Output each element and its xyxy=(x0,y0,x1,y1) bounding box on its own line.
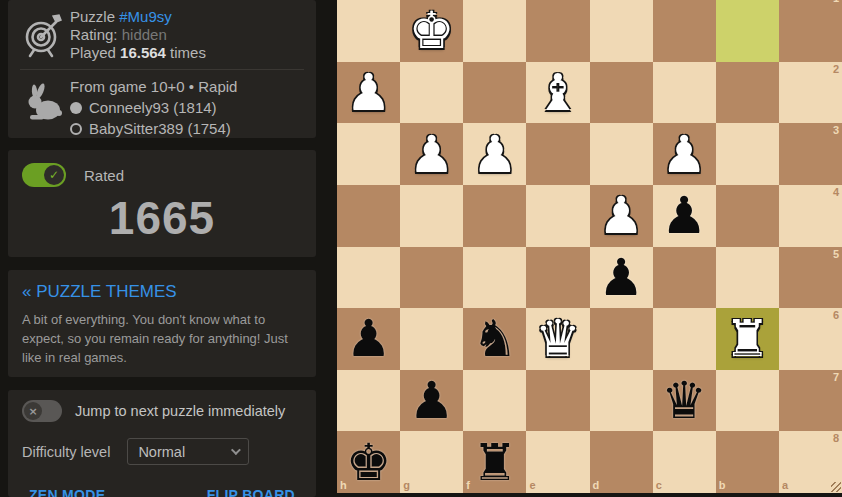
played-suffix: times xyxy=(170,44,206,61)
themes-box: « PUZZLE THEMES A bit of everything. You… xyxy=(8,270,316,377)
square-c1[interactable] xyxy=(653,0,716,62)
puzzle-played-line: Played 16.564 times xyxy=(70,44,206,62)
square-d3[interactable] xyxy=(590,123,653,185)
player-white-row: Conneely93 (1814) xyxy=(70,99,237,117)
square-c8[interactable]: c xyxy=(653,431,716,493)
square-b5[interactable] xyxy=(716,247,779,309)
file-label-g: g xyxy=(403,479,410,491)
source-game-text: From game 10+0 • Rapid Conneely93 (1814)… xyxy=(70,78,237,138)
square-a8[interactable]: 8a xyxy=(779,431,842,493)
flip-board-link[interactable]: FLIP BOARD xyxy=(207,487,295,497)
rapid-rabbit-icon xyxy=(18,78,70,122)
square-a1[interactable]: 1 xyxy=(779,0,842,62)
square-h5[interactable] xyxy=(337,247,400,309)
white-player-icon xyxy=(70,102,82,114)
rated-toggle[interactable]: ✓ xyxy=(22,163,66,187)
square-a4[interactable]: 4 xyxy=(779,185,842,247)
settings-box: × Jump to next puzzle immediately Diffic… xyxy=(8,390,316,497)
square-b2[interactable] xyxy=(716,62,779,124)
square-b8[interactable]: b xyxy=(716,431,779,493)
square-f7[interactable] xyxy=(463,370,526,432)
white-player-name: Conneely93 (1814) xyxy=(89,99,217,117)
black-king-h8[interactable]: ♚ xyxy=(337,431,400,493)
jump-setting-row: × Jump to next puzzle immediately xyxy=(22,400,302,422)
zen-mode-link[interactable]: ZEN MODE xyxy=(29,487,105,497)
puzzle-info-box: Puzzle #Mu9sy Rating: hidden Played 16.5… xyxy=(8,0,316,138)
target-icon xyxy=(18,8,70,58)
puzzle-text: Puzzle #Mu9sy Rating: hidden Played 16.5… xyxy=(70,8,206,62)
board-resize-handle[interactable] xyxy=(831,482,841,492)
square-e2[interactable]: ♝ xyxy=(526,62,589,124)
chevron-down-icon xyxy=(231,445,241,455)
black-pawn-d5[interactable]: ♟ xyxy=(590,247,653,309)
rank-label-2: 2 xyxy=(833,63,839,75)
rank-label-4: 4 xyxy=(833,186,839,198)
square-g8[interactable]: g xyxy=(400,431,463,493)
rank-label-1: 1 xyxy=(833,0,839,4)
black-player-name: BabySitter389 (1754) xyxy=(89,120,231,138)
difficulty-value: Normal xyxy=(138,444,185,460)
file-label-b: b xyxy=(719,479,726,491)
played-count: 16.564 xyxy=(120,44,166,61)
square-d1[interactable] xyxy=(590,0,653,62)
jump-label: Jump to next puzzle immediately xyxy=(75,403,285,419)
black-player-icon xyxy=(70,123,82,135)
square-g7[interactable]: ♟ xyxy=(400,370,463,432)
played-label: Played xyxy=(70,44,116,61)
white-pawn-d4[interactable]: ♟ xyxy=(590,185,653,247)
square-f1[interactable] xyxy=(463,0,526,62)
rating-value: hidden xyxy=(122,26,167,43)
square-f4[interactable] xyxy=(463,185,526,247)
footer-links: ZEN MODE FLIP BOARD xyxy=(22,487,302,497)
box-divider xyxy=(20,69,304,70)
white-bishop-e2[interactable]: ♝ xyxy=(526,62,589,124)
square-c2[interactable] xyxy=(653,62,716,124)
square-d7[interactable] xyxy=(590,370,653,432)
rank-label-8: 8 xyxy=(833,432,839,444)
rank-label-3: 3 xyxy=(833,124,839,136)
black-pawn-c4[interactable]: ♟ xyxy=(653,185,716,247)
source-game-meta: From game 10+0 • Rapid Conneely93 (1814)… xyxy=(18,78,306,138)
rank-label-5: 5 xyxy=(833,248,839,260)
square-g6[interactable] xyxy=(400,308,463,370)
square-g4[interactable] xyxy=(400,185,463,247)
square-c5[interactable] xyxy=(653,247,716,309)
square-g2[interactable] xyxy=(400,62,463,124)
source-game-heading[interactable]: From game 10+0 • Rapid xyxy=(70,78,237,96)
square-c7[interactable]: ♛ xyxy=(653,370,716,432)
white-pawn-c3[interactable]: ♟ xyxy=(653,123,716,185)
square-d8[interactable]: d xyxy=(590,431,653,493)
white-pawn-f3[interactable]: ♟ xyxy=(463,123,526,185)
square-b4[interactable] xyxy=(716,185,779,247)
difficulty-row: Difficulty level Normal xyxy=(22,438,302,465)
rated-label: Rated xyxy=(84,167,124,184)
puzzle-themes-link[interactable]: « PUZZLE THEMES xyxy=(22,282,177,301)
square-a7[interactable]: 7 xyxy=(779,370,842,432)
white-pawn-h2[interactable]: ♟ xyxy=(337,62,400,124)
rating-label: Rating: xyxy=(70,26,118,43)
square-a5[interactable]: 5 xyxy=(779,247,842,309)
square-d2[interactable] xyxy=(590,62,653,124)
jump-toggle-knob[interactable]: × xyxy=(24,402,42,420)
square-f6[interactable]: ♞ xyxy=(463,308,526,370)
black-rook-f8[interactable]: ♜ xyxy=(463,431,526,493)
puzzle-rating-line: Rating: hidden xyxy=(70,26,206,44)
rated-row: ✓ Rated xyxy=(22,163,302,187)
square-e8[interactable]: e xyxy=(526,431,589,493)
square-f2[interactable] xyxy=(463,62,526,124)
square-h4[interactable] xyxy=(337,185,400,247)
file-label-e: e xyxy=(529,479,535,491)
rank-label-6: 6 xyxy=(833,309,839,321)
square-h3[interactable] xyxy=(337,123,400,185)
puzzle-label: Puzzle xyxy=(70,8,115,25)
puzzle-meta: Puzzle #Mu9sy Rating: hidden Played 16.5… xyxy=(18,8,306,62)
themes-description: A bit of everything. You don't know what… xyxy=(22,311,302,368)
white-rook-b6[interactable]: ♜ xyxy=(716,308,779,370)
white-king-g1[interactable]: ♚ xyxy=(400,0,463,62)
black-knight-f6[interactable]: ♞ xyxy=(463,308,526,370)
square-a2[interactable]: 2 xyxy=(779,62,842,124)
white-pawn-g3[interactable]: ♟ xyxy=(400,123,463,185)
square-h6[interactable]: ♟ xyxy=(337,308,400,370)
square-d4[interactable]: ♟ xyxy=(590,185,653,247)
square-h7[interactable] xyxy=(337,370,400,432)
square-f8[interactable]: f♜ xyxy=(463,431,526,493)
square-h2[interactable]: ♟ xyxy=(337,62,400,124)
square-d6[interactable] xyxy=(590,308,653,370)
square-b3[interactable] xyxy=(716,123,779,185)
rating-box: ✓ Rated 1665 xyxy=(8,150,316,257)
square-b6[interactable]: ♜ xyxy=(716,308,779,370)
square-e6[interactable]: ♛ xyxy=(526,308,589,370)
square-c6[interactable] xyxy=(653,308,716,370)
square-f5[interactable] xyxy=(463,247,526,309)
file-label-h: h xyxy=(340,479,347,491)
square-e3[interactable] xyxy=(526,123,589,185)
user-puzzle-rating: 1665 xyxy=(22,191,302,245)
square-f3[interactable]: ♟ xyxy=(463,123,526,185)
square-g3[interactable]: ♟ xyxy=(400,123,463,185)
square-b7[interactable] xyxy=(716,370,779,432)
jump-toggle[interactable]: × xyxy=(22,400,62,422)
black-pawn-g7[interactable]: ♟ xyxy=(400,370,463,432)
rank-label-7: 7 xyxy=(833,371,839,383)
player-black-row: BabySitter389 (1754) xyxy=(70,120,237,138)
square-h1[interactable] xyxy=(337,0,400,62)
square-h8[interactable]: h♚ xyxy=(337,431,400,493)
square-c3[interactable]: ♟ xyxy=(653,123,716,185)
square-a6[interactable]: 6 xyxy=(779,308,842,370)
chess-board[interactable]: ♚1♟♝2♟♟♟3♟♟4♟5♟♞♛♜6♟♛7h♚gf♜edcb8a xyxy=(337,0,842,493)
square-d5[interactable]: ♟ xyxy=(590,247,653,309)
puzzle-title-line: Puzzle #Mu9sy xyxy=(70,8,206,26)
file-label-d: d xyxy=(593,479,600,491)
difficulty-select[interactable]: Normal xyxy=(127,438,249,465)
square-e4[interactable] xyxy=(526,185,589,247)
white-queen-e6[interactable]: ♛ xyxy=(526,308,589,370)
square-e7[interactable] xyxy=(526,370,589,432)
square-c4[interactable]: ♟ xyxy=(653,185,716,247)
square-g5[interactable] xyxy=(400,247,463,309)
square-g1[interactable]: ♚ xyxy=(400,0,463,62)
square-e5[interactable] xyxy=(526,247,589,309)
file-label-c: c xyxy=(656,479,662,491)
difficulty-label: Difficulty level xyxy=(22,444,110,460)
file-label-f: f xyxy=(466,479,470,491)
file-label-a: a xyxy=(782,479,788,491)
black-pawn-h6[interactable]: ♟ xyxy=(337,308,400,370)
puzzle-id-link[interactable]: #Mu9sy xyxy=(119,8,172,25)
square-b1[interactable] xyxy=(716,0,779,62)
black-queen-c7[interactable]: ♛ xyxy=(653,370,716,432)
square-e1[interactable] xyxy=(526,0,589,62)
square-a3[interactable]: 3 xyxy=(779,123,842,185)
rated-toggle-knob[interactable]: ✓ xyxy=(44,165,64,185)
